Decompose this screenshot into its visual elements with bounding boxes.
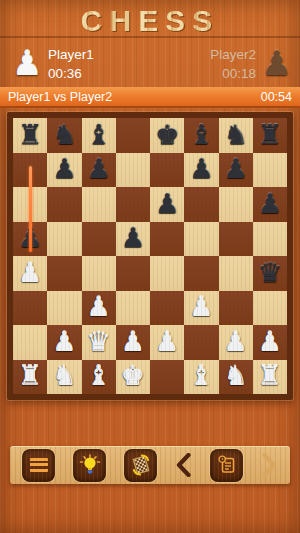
players-panel: ♟ Player1 00:36 Player2 00:18 ♟: [0, 42, 300, 88]
square-d2[interactable]: ♟: [116, 325, 150, 360]
square-d8[interactable]: [116, 118, 150, 153]
square-d7[interactable]: [116, 153, 150, 188]
square-g5[interactable]: [219, 222, 253, 257]
match-label: Player1 vs Player2: [8, 90, 112, 104]
square-c4[interactable]: [82, 256, 116, 291]
piece-white-knight-b1[interactable]: ♞: [52, 362, 76, 389]
square-h5[interactable]: [253, 222, 287, 257]
piece-white-pawn-g2[interactable]: ♟: [224, 328, 248, 355]
piece-black-rook-h8[interactable]: ♜: [258, 121, 282, 148]
square-d5[interactable]: ♟: [116, 222, 150, 257]
square-a5[interactable]: ♟: [13, 222, 47, 257]
square-c7[interactable]: ♟: [82, 153, 116, 188]
piece-white-pawn-b2[interactable]: ♟: [52, 328, 76, 355]
piece-white-pawn-a4[interactable]: ♟: [18, 259, 42, 286]
square-g4[interactable]: [219, 256, 253, 291]
square-d6[interactable]: [116, 187, 150, 222]
piece-white-knight-g1[interactable]: ♞: [224, 362, 248, 389]
square-d4[interactable]: [116, 256, 150, 291]
square-b7[interactable]: ♟: [47, 153, 81, 188]
square-c6[interactable]: [82, 187, 116, 222]
square-f8[interactable]: ♝: [184, 118, 218, 153]
square-b6[interactable]: [47, 187, 81, 222]
black-pawn-icon: ♟: [262, 43, 292, 83]
square-h4[interactable]: ♛: [253, 256, 287, 291]
black-player-name: Player2: [210, 45, 256, 64]
square-b8[interactable]: ♞: [47, 118, 81, 153]
square-a4[interactable]: ♟: [13, 256, 47, 291]
lightbulb-icon: [79, 454, 101, 476]
piece-white-pawn-c3[interactable]: ♟: [87, 293, 111, 320]
square-a3[interactable]: [13, 291, 47, 326]
square-b3[interactable]: [47, 291, 81, 326]
piece-white-bishop-c1[interactable]: ♝: [87, 362, 111, 389]
square-b2[interactable]: ♟: [47, 325, 81, 360]
status-bar: Player1 vs Player2 00:54: [0, 87, 300, 108]
piece-black-queen-h4[interactable]: ♛: [258, 259, 282, 286]
square-g6[interactable]: [219, 187, 253, 222]
square-c3[interactable]: ♟: [82, 291, 116, 326]
black-player-block: Player2 00:18: [210, 45, 256, 83]
white-player-name: Player1: [48, 45, 94, 64]
piece-black-bishop-c8[interactable]: ♝: [87, 121, 111, 148]
square-f5[interactable]: [184, 222, 218, 257]
piece-black-pawn-f7[interactable]: ♟: [189, 155, 213, 182]
forward-button[interactable]: [261, 453, 278, 477]
app-title: CHESS: [0, 4, 300, 38]
piece-black-bishop-f8[interactable]: ♝: [189, 121, 213, 148]
piece-black-pawn-h6[interactable]: ♟: [258, 190, 282, 217]
square-a8[interactable]: ♜: [13, 118, 47, 153]
piece-black-pawn-g7[interactable]: ♟: [224, 155, 248, 182]
piece-black-pawn-d5[interactable]: ♟: [121, 224, 145, 251]
square-d3[interactable]: [116, 291, 150, 326]
square-f1[interactable]: ♝: [184, 360, 218, 395]
square-g8[interactable]: ♞: [219, 118, 253, 153]
notes-clock-icon: [216, 454, 238, 476]
square-a1[interactable]: ♜: [13, 360, 47, 395]
square-a7[interactable]: [13, 153, 47, 188]
square-g3[interactable]: [219, 291, 253, 326]
piece-black-pawn-c7[interactable]: ♟: [87, 155, 111, 182]
bottom-toolbar: [10, 446, 290, 484]
piece-black-knight-b8[interactable]: ♞: [52, 121, 76, 148]
square-f3[interactable]: ♟: [184, 291, 218, 326]
square-h3[interactable]: [253, 291, 287, 326]
square-g7[interactable]: ♟: [219, 153, 253, 188]
piece-white-pawn-h2[interactable]: ♟: [258, 328, 282, 355]
square-e1[interactable]: [150, 360, 184, 395]
square-f6[interactable]: [184, 187, 218, 222]
square-e2[interactable]: ♟: [150, 325, 184, 360]
board-grid: ♜♞♝♚♝♞♜♟♟♟♟♟♟♟♟♟♛♟♟♟♛♟♟♟♟♜♞♝♚♝♞♜: [13, 118, 287, 394]
square-h8[interactable]: ♜: [253, 118, 287, 153]
hamburger-icon: [30, 458, 48, 472]
square-b5[interactable]: [47, 222, 81, 257]
square-c5[interactable]: [82, 222, 116, 257]
square-g1[interactable]: ♞: [219, 360, 253, 395]
piece-black-knight-g8[interactable]: ♞: [224, 121, 248, 148]
piece-white-king-d1[interactable]: ♚: [121, 362, 145, 389]
square-e6[interactable]: ♟: [150, 187, 184, 222]
piece-white-bishop-f1[interactable]: ♝: [189, 362, 213, 389]
rotate-board-button[interactable]: [124, 449, 157, 482]
moves-list-button[interactable]: [210, 449, 243, 482]
piece-black-pawn-a5[interactable]: ♟: [18, 224, 42, 251]
square-e8[interactable]: ♚: [150, 118, 184, 153]
total-time: 00:54: [261, 90, 292, 104]
square-e4[interactable]: [150, 256, 184, 291]
piece-black-king-e8[interactable]: ♚: [155, 121, 179, 148]
square-e5[interactable]: [150, 222, 184, 257]
square-g2[interactable]: ♟: [219, 325, 253, 360]
piece-black-rook-a8[interactable]: ♜: [18, 121, 42, 148]
chevron-right-icon: [261, 453, 278, 477]
piece-white-pawn-e2[interactable]: ♟: [155, 328, 179, 355]
square-b4[interactable]: [47, 256, 81, 291]
white-player-clock: 00:36: [48, 64, 94, 83]
square-f7[interactable]: ♟: [184, 153, 218, 188]
square-c1[interactable]: ♝: [82, 360, 116, 395]
square-a6[interactable]: [13, 187, 47, 222]
black-player-clock: 00:18: [210, 64, 256, 83]
piece-black-pawn-b7[interactable]: ♟: [52, 155, 76, 182]
chess-board: ♜♞♝♚♝♞♜♟♟♟♟♟♟♟♟♟♛♟♟♟♛♟♟♟♟♜♞♝♚♝♞♜: [7, 112, 293, 400]
square-d1[interactable]: ♚: [116, 360, 150, 395]
square-f2[interactable]: [184, 325, 218, 360]
chess-app-screen: CHESS ♟ Player1 00:36 Player2 00:18 ♟ Pl…: [0, 0, 300, 533]
piece-white-pawn-f3[interactable]: ♟: [189, 293, 213, 320]
piece-white-pawn-d2[interactable]: ♟: [121, 328, 145, 355]
square-c8[interactable]: ♝: [82, 118, 116, 153]
rotate-board-icon: [130, 454, 152, 476]
square-b1[interactable]: ♞: [47, 360, 81, 395]
piece-white-rook-h1[interactable]: ♜: [258, 362, 282, 389]
square-a2[interactable]: [13, 325, 47, 360]
hint-button[interactable]: [73, 449, 106, 482]
square-h1[interactable]: ♜: [253, 360, 287, 395]
square-h6[interactable]: ♟: [253, 187, 287, 222]
white-player-block: Player1 00:36: [48, 45, 94, 83]
white-pawn-icon: ♟: [12, 43, 42, 83]
square-e3[interactable]: [150, 291, 184, 326]
piece-white-rook-a1[interactable]: ♜: [18, 362, 42, 389]
menu-button[interactable]: [22, 449, 55, 482]
square-e7[interactable]: [150, 153, 184, 188]
back-button[interactable]: [175, 453, 192, 477]
chevron-left-icon: [175, 453, 192, 477]
square-c2[interactable]: ♛: [82, 325, 116, 360]
square-h2[interactable]: ♟: [253, 325, 287, 360]
piece-white-queen-c2[interactable]: ♛: [87, 328, 111, 355]
square-h7[interactable]: [253, 153, 287, 188]
square-f4[interactable]: [184, 256, 218, 291]
piece-black-pawn-e6[interactable]: ♟: [155, 190, 179, 217]
